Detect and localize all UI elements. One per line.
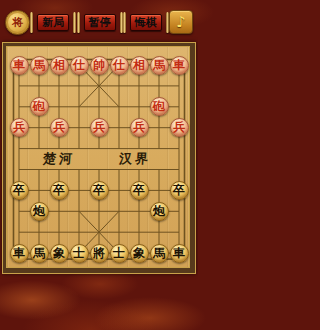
piece-red-馬[interactable]: 馬 <box>150 56 169 75</box>
new-game-group: 新局 <box>30 12 76 33</box>
piece-red-仕[interactable]: 仕 <box>70 56 89 75</box>
piece-black-炮[interactable]: 炮 <box>150 202 169 221</box>
piece-black-象[interactable]: 象 <box>130 244 149 263</box>
pause-group: 暂停 <box>77 12 123 33</box>
undo-group: 悔棋 <box>123 12 169 33</box>
piece-black-車[interactable]: 車 <box>170 244 189 263</box>
piece-black-士[interactable]: 士 <box>70 244 89 263</box>
piece-black-馬[interactable]: 馬 <box>30 244 49 263</box>
piece-red-兵[interactable]: 兵 <box>170 118 189 137</box>
gold-divider <box>77 12 80 33</box>
app-icon-char: 将 <box>12 15 23 30</box>
piece-red-車[interactable]: 車 <box>170 56 189 75</box>
piece-red-仕[interactable]: 仕 <box>110 56 129 75</box>
piece-black-象[interactable]: 象 <box>50 244 69 263</box>
piece-black-士[interactable]: 士 <box>110 244 129 263</box>
piece-red-兵[interactable]: 兵 <box>130 118 149 137</box>
board-wood: 楚河 汉界 車馬相仕帥仕相馬車砲砲兵兵兵兵兵卒卒卒卒卒炮炮車馬象士將士象馬車 <box>6 46 190 268</box>
piece-black-卒[interactable]: 卒 <box>90 181 109 200</box>
piece-red-車[interactable]: 車 <box>10 56 29 75</box>
music-note-icon: ♪ <box>176 13 186 31</box>
piece-red-砲[interactable]: 砲 <box>150 97 169 116</box>
gold-divider <box>123 12 126 33</box>
top-toolbar: 将 新局 暂停 悔棋 ♪ <box>0 0 198 42</box>
piece-black-車[interactable]: 車 <box>10 244 29 263</box>
piece-black-卒[interactable]: 卒 <box>50 181 69 200</box>
piece-red-相[interactable]: 相 <box>130 56 149 75</box>
piece-black-馬[interactable]: 馬 <box>150 244 169 263</box>
sound-toggle-button[interactable]: ♪ <box>169 10 193 34</box>
piece-red-兵[interactable]: 兵 <box>10 118 29 137</box>
pieces-layer: 車馬相仕帥仕相馬車砲砲兵兵兵兵兵卒卒卒卒卒炮炮車馬象士將士象馬車 <box>7 47 189 267</box>
piece-black-卒[interactable]: 卒 <box>170 181 189 200</box>
piece-red-砲[interactable]: 砲 <box>30 97 49 116</box>
piece-red-馬[interactable]: 馬 <box>30 56 49 75</box>
piece-black-卒[interactable]: 卒 <box>130 181 149 200</box>
piece-black-卒[interactable]: 卒 <box>10 181 29 200</box>
piece-red-兵[interactable]: 兵 <box>50 118 69 137</box>
pause-button[interactable]: 暂停 <box>84 14 116 31</box>
gold-divider <box>30 12 33 33</box>
piece-red-相[interactable]: 相 <box>50 56 69 75</box>
piece-black-將[interactable]: 將 <box>90 244 109 263</box>
game-board[interactable]: 楚河 汉界 車馬相仕帥仕相馬車砲砲兵兵兵兵兵卒卒卒卒卒炮炮車馬象士將士象馬車 <box>2 42 196 274</box>
piece-red-兵[interactable]: 兵 <box>90 118 109 137</box>
app-icon: 将 <box>5 10 30 35</box>
undo-move-button[interactable]: 悔棋 <box>130 14 162 31</box>
piece-red-帥[interactable]: 帥 <box>90 56 109 75</box>
new-game-button[interactable]: 新局 <box>37 14 69 31</box>
piece-black-炮[interactable]: 炮 <box>30 202 49 221</box>
